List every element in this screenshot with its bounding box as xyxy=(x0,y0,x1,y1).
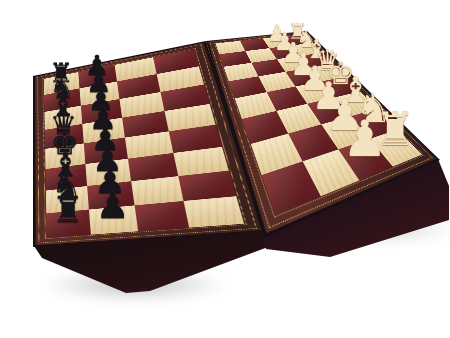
black-pawn-h7[interactable]: ♟ xyxy=(96,187,130,225)
white-pawn-h2[interactable]: ♟ xyxy=(343,114,388,164)
chess-set-photo: ♜♞♝♛♚♝♞♜♟♟♟♟♟♟♟♟♟♟♟♟♟♟♟♟♜♞♝♛♚♝♞♜ xyxy=(0,0,450,338)
square-h5[interactable] xyxy=(184,196,245,227)
square-h6[interactable] xyxy=(135,201,190,231)
black-rook-h8[interactable]: ♜ xyxy=(52,192,84,228)
